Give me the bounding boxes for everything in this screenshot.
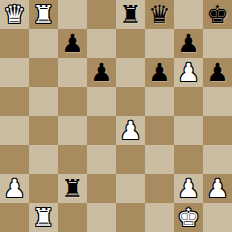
piece-black-king[interactable]: ♚	[206, 0, 228, 29]
square-b3[interactable]	[29, 145, 58, 174]
square-e3[interactable]	[116, 145, 145, 174]
square-g3[interactable]	[174, 145, 203, 174]
square-e7[interactable]	[116, 29, 145, 58]
square-c3[interactable]	[58, 145, 87, 174]
square-f6[interactable]: ♟	[145, 58, 174, 87]
square-f5[interactable]	[145, 87, 174, 116]
square-c2[interactable]: ♜	[58, 174, 87, 203]
square-d3[interactable]	[87, 145, 116, 174]
square-f2[interactable]	[145, 174, 174, 203]
square-g7[interactable]: ♟	[174, 29, 203, 58]
square-f1[interactable]	[145, 203, 174, 232]
square-a8[interactable]: ♛	[0, 0, 29, 29]
square-h7[interactable]	[203, 29, 232, 58]
piece-white-queen[interactable]: ♛	[3, 0, 25, 29]
square-f4[interactable]	[145, 116, 174, 145]
square-c6[interactable]	[58, 58, 87, 87]
square-d5[interactable]	[87, 87, 116, 116]
piece-black-pawn[interactable]: ♟	[90, 58, 112, 87]
piece-white-pawn[interactable]: ♟	[206, 174, 228, 203]
piece-black-pawn[interactable]: ♟	[148, 58, 170, 87]
square-b7[interactable]	[29, 29, 58, 58]
square-e2[interactable]	[116, 174, 145, 203]
chess-board: ♛♜♜♛♚♟♟♟♟♟♟♟♟♜♟♟♜♚	[0, 0, 232, 232]
piece-white-king[interactable]: ♚	[177, 203, 199, 232]
piece-black-pawn[interactable]: ♟	[177, 29, 199, 58]
square-h5[interactable]	[203, 87, 232, 116]
piece-white-pawn[interactable]: ♟	[119, 116, 141, 145]
piece-black-rook[interactable]: ♜	[119, 0, 141, 29]
square-h2[interactable]: ♟	[203, 174, 232, 203]
square-g4[interactable]	[174, 116, 203, 145]
square-b2[interactable]	[29, 174, 58, 203]
square-c5[interactable]	[58, 87, 87, 116]
square-a7[interactable]	[0, 29, 29, 58]
square-a5[interactable]	[0, 87, 29, 116]
square-c1[interactable]	[58, 203, 87, 232]
square-h3[interactable]	[203, 145, 232, 174]
square-a6[interactable]	[0, 58, 29, 87]
square-e8[interactable]: ♜	[116, 0, 145, 29]
square-d2[interactable]	[87, 174, 116, 203]
square-d4[interactable]	[87, 116, 116, 145]
square-a3[interactable]	[0, 145, 29, 174]
square-g1[interactable]: ♚	[174, 203, 203, 232]
square-h1[interactable]	[203, 203, 232, 232]
square-a4[interactable]	[0, 116, 29, 145]
square-d8[interactable]	[87, 0, 116, 29]
piece-white-pawn[interactable]: ♟	[3, 174, 25, 203]
square-g6[interactable]: ♟	[174, 58, 203, 87]
piece-black-queen[interactable]: ♛	[148, 0, 170, 29]
square-c4[interactable]	[58, 116, 87, 145]
square-a1[interactable]	[0, 203, 29, 232]
square-h6[interactable]: ♟	[203, 58, 232, 87]
square-f3[interactable]	[145, 145, 174, 174]
square-g8[interactable]	[174, 0, 203, 29]
square-c8[interactable]	[58, 0, 87, 29]
piece-black-pawn[interactable]: ♟	[61, 29, 83, 58]
square-c7[interactable]: ♟	[58, 29, 87, 58]
square-d1[interactable]	[87, 203, 116, 232]
piece-white-pawn[interactable]: ♟	[177, 174, 199, 203]
square-g2[interactable]: ♟	[174, 174, 203, 203]
piece-white-pawn[interactable]: ♟	[177, 58, 199, 87]
piece-white-rook[interactable]: ♜	[32, 203, 54, 232]
square-f7[interactable]	[145, 29, 174, 58]
square-b5[interactable]	[29, 87, 58, 116]
square-h8[interactable]: ♚	[203, 0, 232, 29]
piece-white-rook[interactable]: ♜	[32, 0, 54, 29]
piece-black-pawn[interactable]: ♟	[206, 58, 228, 87]
square-b8[interactable]: ♜	[29, 0, 58, 29]
square-e1[interactable]	[116, 203, 145, 232]
square-h4[interactable]	[203, 116, 232, 145]
square-g5[interactable]	[174, 87, 203, 116]
square-e4[interactable]: ♟	[116, 116, 145, 145]
square-b6[interactable]	[29, 58, 58, 87]
piece-black-rook[interactable]: ♜	[61, 174, 83, 203]
square-e6[interactable]	[116, 58, 145, 87]
square-d6[interactable]: ♟	[87, 58, 116, 87]
square-b4[interactable]	[29, 116, 58, 145]
square-d7[interactable]	[87, 29, 116, 58]
square-f8[interactable]: ♛	[145, 0, 174, 29]
square-e5[interactable]	[116, 87, 145, 116]
square-a2[interactable]: ♟	[0, 174, 29, 203]
square-b1[interactable]: ♜	[29, 203, 58, 232]
